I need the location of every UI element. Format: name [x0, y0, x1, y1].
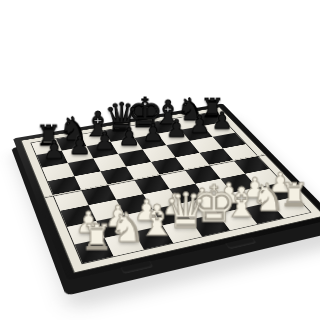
white-rook: ♜ [80, 220, 112, 255]
black-pawn: ♟ [93, 129, 115, 154]
chess-set: ♜♞♝♛♚♝♞♜♟♟♟♟♟♟♟♟♟♟♟♟♟♟♟♟♜♞♝♛♚♝♞♜ [13, 104, 320, 281]
black-pawn: ♟ [118, 125, 140, 149]
black-pawn: ♟ [42, 137, 65, 162]
product-photo-scene: ♜♞♝♛♚♝♞♜♟♟♟♟♟♟♟♟♟♟♟♟♟♟♟♟♜♞♝♛♚♝♞♜ [0, 0, 320, 320]
black-pawn: ♟ [165, 117, 187, 141]
black-pawn: ♟ [142, 121, 164, 145]
white-knight: ♞ [108, 208, 145, 249]
black-pawn: ♟ [189, 113, 210, 137]
black-pawn: ♟ [68, 133, 90, 158]
square-a1: ♜ [75, 238, 114, 263]
black-pawn: ♟ [211, 109, 232, 133]
square-c7: ♟ [87, 142, 119, 158]
